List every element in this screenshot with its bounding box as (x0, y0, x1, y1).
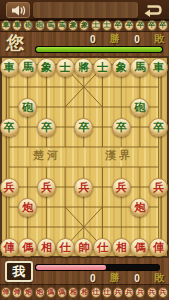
river-label-left: 楚河 (30, 148, 64, 163)
piece-black-advisor[interactable]: 士 (93, 58, 112, 77)
tray-piece-black: 車 (1, 20, 11, 31)
red-captured-tray: 俥俥炮炮傌傌相相仕仕兵兵兵兵兵 (0, 284, 169, 300)
tray-piece-black: 卒 (135, 20, 145, 31)
tray-piece-black: 士 (91, 20, 101, 31)
piece-black-cannon[interactable]: 砲 (18, 98, 37, 117)
tray-piece-red: 炮 (23, 287, 33, 298)
tray-piece-black: 卒 (158, 20, 168, 31)
tray-piece-black: 卒 (113, 20, 123, 31)
piece-red-cannon[interactable]: 炮 (130, 198, 149, 217)
opponent-progress-bar (35, 46, 163, 53)
piece-red-cannon[interactable]: 炮 (18, 198, 37, 217)
board-grid (0, 56, 169, 258)
tray-piece-red: 俥 (1, 287, 11, 298)
opponent-losses-value: 0 (134, 34, 140, 45)
piece-red-horse[interactable]: 傌 (18, 238, 37, 257)
piece-red-soldier[interactable]: 兵 (37, 178, 56, 197)
tray-piece-black: 馬 (57, 20, 67, 31)
tray-piece-red: 傌 (57, 287, 67, 298)
speaker-icon (11, 5, 26, 16)
piece-black-soldier[interactable]: 卒 (37, 118, 56, 137)
player-losses-label: 敗 (154, 271, 164, 285)
player-wins-label: 勝 (110, 271, 120, 285)
piece-red-horse[interactable]: 傌 (130, 238, 149, 257)
player-wins-value: 0 (90, 273, 96, 284)
opponent-progress-fill (36, 47, 162, 52)
opponent-name-label: 您 (6, 31, 24, 55)
piece-black-horse[interactable]: 馬 (18, 58, 37, 77)
piece-black-advisor[interactable]: 士 (56, 58, 75, 77)
xiangqi-game-screen: 車車砲砲馬馬象象士士卒卒卒卒卒 您 0 勝 0 敗 楚河 漢界 車馬象士將士象馬… (0, 0, 169, 300)
tray-piece-red: 仕 (102, 287, 112, 298)
tray-piece-red: 兵 (135, 287, 145, 298)
title-panel (33, 2, 138, 18)
piece-black-chariot[interactable]: 車 (149, 58, 168, 77)
tray-piece-red: 兵 (113, 287, 123, 298)
player-losses-value: 0 (134, 273, 140, 284)
player-progress-fill (36, 265, 106, 270)
top-bar (0, 0, 169, 21)
tray-piece-red: 兵 (147, 287, 157, 298)
tray-piece-red: 炮 (35, 287, 45, 298)
tray-piece-red: 相 (68, 287, 78, 298)
tray-piece-red: 仕 (91, 287, 101, 298)
piece-black-general[interactable]: 將 (74, 58, 93, 77)
piece-red-soldier[interactable]: 兵 (0, 178, 19, 197)
piece-black-elephant[interactable]: 象 (112, 58, 131, 77)
player-name-label: 我 (13, 263, 26, 281)
tray-piece-black: 砲 (35, 20, 45, 31)
piece-red-chariot[interactable]: 俥 (0, 238, 19, 257)
opponent-score: 0 勝 0 敗 (90, 33, 164, 45)
tray-piece-black: 卒 (147, 20, 157, 31)
tray-piece-black: 馬 (46, 20, 56, 31)
tray-piece-black: 象 (68, 20, 78, 31)
tray-piece-red: 傌 (46, 287, 56, 298)
piece-black-chariot[interactable]: 車 (0, 58, 19, 77)
player-score: 0 勝 0 敗 (90, 272, 164, 284)
board[interactable]: 楚河 漢界 車馬象士將士象馬車砲砲卒卒卒卒卒兵兵兵兵兵炮炮俥傌相仕帥仕相傌俥 (0, 56, 169, 258)
piece-black-soldier[interactable]: 卒 (74, 118, 93, 137)
piece-red-chariot[interactable]: 俥 (149, 238, 168, 257)
black-captured-tray: 車車砲砲馬馬象象士士卒卒卒卒卒 (0, 19, 169, 32)
tray-piece-black: 車 (12, 20, 22, 31)
tray-piece-black: 象 (79, 20, 89, 31)
piece-red-soldier[interactable]: 兵 (112, 178, 131, 197)
piece-red-soldier[interactable]: 兵 (149, 178, 168, 197)
piece-red-elephant[interactable]: 相 (112, 238, 131, 257)
undo-button[interactable] (141, 2, 165, 18)
tray-piece-red: 兵 (158, 287, 168, 298)
piece-black-horse[interactable]: 馬 (130, 58, 149, 77)
tray-piece-red: 相 (79, 287, 89, 298)
piece-black-soldier[interactable]: 卒 (112, 118, 131, 137)
piece-black-soldier[interactable]: 卒 (0, 118, 19, 137)
piece-red-advisor[interactable]: 仕 (93, 238, 112, 257)
piece-black-elephant[interactable]: 象 (37, 58, 56, 77)
opponent-losses-label: 敗 (154, 32, 164, 46)
piece-red-elephant[interactable]: 相 (37, 238, 56, 257)
tray-piece-red: 俥 (12, 287, 22, 298)
piece-black-soldier[interactable]: 卒 (149, 118, 168, 137)
undo-arrow-icon (143, 3, 163, 17)
tray-piece-black: 砲 (23, 20, 33, 31)
opponent-wins-label: 勝 (110, 32, 120, 46)
tray-piece-red: 兵 (124, 287, 134, 298)
river-label-right: 漢界 (102, 148, 136, 163)
opponent-wins-value: 0 (90, 34, 96, 45)
player-name-box: 我 (5, 261, 33, 282)
piece-red-advisor[interactable]: 仕 (56, 238, 75, 257)
piece-red-soldier[interactable]: 兵 (74, 178, 93, 197)
tray-piece-black: 士 (102, 20, 112, 31)
tray-piece-black: 卒 (124, 20, 134, 31)
player-progress-bar (35, 264, 160, 271)
piece-red-general[interactable]: 帥 (74, 238, 93, 257)
sound-button[interactable] (6, 2, 30, 18)
piece-black-cannon[interactable]: 砲 (130, 98, 149, 117)
